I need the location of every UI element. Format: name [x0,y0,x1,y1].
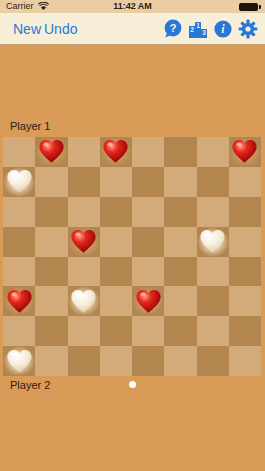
svg-text:3: 3 [202,29,206,36]
white-heart-piece[interactable] [199,229,226,254]
settings-gear-icon[interactable] [238,19,258,39]
board-cell-r7c7[interactable] [197,316,229,346]
board-cell-r7c4[interactable] [100,316,132,346]
board-cell-r6c8[interactable] [229,286,261,316]
board-cell-r5c3[interactable] [68,257,100,287]
white-heart-piece[interactable] [6,169,33,194]
board-cell-r3c5[interactable] [132,197,164,227]
board-cell-r5c6[interactable] [164,257,196,287]
board [3,137,261,376]
page-dot[interactable] [129,381,136,388]
board-cell-r6c6[interactable] [164,286,196,316]
board-cell-r1c4[interactable] [100,137,132,167]
board-cell-r4c1[interactable] [3,227,35,257]
board-cell-r8c2[interactable] [35,346,67,376]
board-cell-r7c2[interactable] [35,316,67,346]
board-cell-r8c6[interactable] [164,346,196,376]
red-heart-piece[interactable] [6,289,33,314]
svg-text:1: 1 [196,22,200,29]
board-cell-r5c2[interactable] [35,257,67,287]
board-cell-r3c8[interactable] [229,197,261,227]
red-heart-piece[interactable] [70,229,97,254]
board-cell-r4c2[interactable] [35,227,67,257]
board-cell-r1c3[interactable] [68,137,100,167]
status-bar: Carrier 11:42 AM [0,0,265,13]
board-cell-r7c5[interactable] [132,316,164,346]
board-cell-r2c3[interactable] [68,167,100,197]
board-cell-r1c7[interactable] [197,137,229,167]
board-cell-r8c5[interactable] [132,346,164,376]
board-cell-r1c8[interactable] [229,137,261,167]
board-cell-r1c2[interactable] [35,137,67,167]
app-screen: Carrier 11:42 AM New Undo ? [0,0,265,471]
board-cell-r2c2[interactable] [35,167,67,197]
board-cell-r2c8[interactable] [229,167,261,197]
new-game-button[interactable]: New [13,21,41,37]
board-cell-r5c8[interactable] [229,257,261,287]
board-cell-r5c5[interactable] [132,257,164,287]
board-cell-r5c7[interactable] [197,257,229,287]
board-cell-r7c3[interactable] [68,316,100,346]
player1-label: Player 1 [10,120,50,132]
nav-icon-group: ? 2 1 3 i [163,19,258,39]
red-heart-piece[interactable] [102,139,129,164]
board-cell-r6c5[interactable] [132,286,164,316]
nav-bar: New Undo ? 2 1 3 [0,13,265,45]
board-cell-r1c6[interactable] [164,137,196,167]
board-cell-r1c1[interactable] [3,137,35,167]
board-cell-r7c6[interactable] [164,316,196,346]
board-cell-r4c4[interactable] [100,227,132,257]
svg-text:?: ? [169,22,176,34]
board-cell-r3c2[interactable] [35,197,67,227]
board-cell-r4c5[interactable] [132,227,164,257]
red-heart-piece[interactable] [38,139,65,164]
board-cell-r4c6[interactable] [164,227,196,257]
board-cell-r5c4[interactable] [100,257,132,287]
board-cell-r8c3[interactable] [68,346,100,376]
board-cell-r8c4[interactable] [100,346,132,376]
clock-label: 11:42 AM [0,1,265,11]
leaderboard-icon[interactable]: 2 1 3 [188,19,208,39]
info-icon[interactable]: i [213,19,233,39]
board-cell-r6c4[interactable] [100,286,132,316]
white-heart-piece[interactable] [6,349,33,374]
undo-button[interactable]: Undo [44,21,77,37]
help-bubble-icon[interactable]: ? [163,19,183,39]
board-cell-r6c2[interactable] [35,286,67,316]
board-cell-r3c3[interactable] [68,197,100,227]
board-cell-r4c8[interactable] [229,227,261,257]
board-cell-r2c7[interactable] [197,167,229,197]
board-cell-r3c7[interactable] [197,197,229,227]
board-cell-r7c1[interactable] [3,316,35,346]
board-cell-r3c4[interactable] [100,197,132,227]
board-cell-r8c1[interactable] [3,346,35,376]
white-heart-piece[interactable] [70,289,97,314]
svg-text:2: 2 [190,26,194,33]
board-cell-r7c8[interactable] [229,316,261,346]
board-cell-r6c1[interactable] [3,286,35,316]
red-heart-piece[interactable] [135,289,162,314]
board-cell-r2c5[interactable] [132,167,164,197]
board-cell-r5c1[interactable] [3,257,35,287]
board-cell-r3c1[interactable] [3,197,35,227]
board-cell-r8c8[interactable] [229,346,261,376]
board-cell-r4c3[interactable] [68,227,100,257]
board-cell-r8c7[interactable] [197,346,229,376]
board-cell-r6c7[interactable] [197,286,229,316]
board-cell-r2c4[interactable] [100,167,132,197]
board-cell-r3c6[interactable] [164,197,196,227]
board-cell-r4c7[interactable] [197,227,229,257]
board-cell-r2c1[interactable] [3,167,35,197]
board-cell-r2c6[interactable] [164,167,196,197]
board-cell-r1c5[interactable] [132,137,164,167]
battery-icon [239,3,258,11]
red-heart-piece[interactable] [231,139,258,164]
player2-label: Player 2 [10,379,50,391]
board-cell-r6c3[interactable] [68,286,100,316]
